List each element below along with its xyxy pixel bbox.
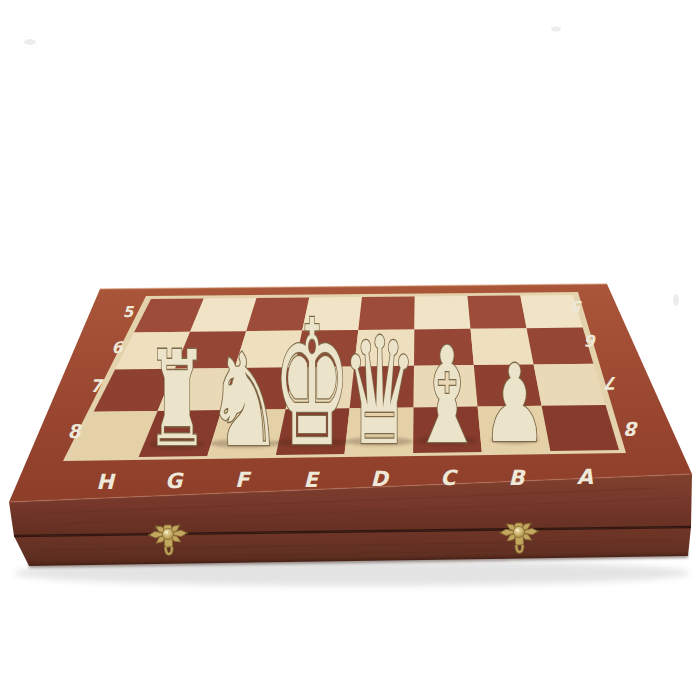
rank-label-left-5: 5: [123, 303, 135, 321]
piece-white-pawn-B8[interactable]: ♟: [482, 341, 547, 466]
chess-box-photo: H G F E D C B A 5 5 6 6 7 7 8 8 ♜ ♞ ♚ ♛ …: [0, 0, 700, 700]
board-scene: H G F E D C B A 5 5 6 6 7 7 8 8 ♜ ♞ ♚ ♛ …: [0, 0, 700, 700]
rank-label-left-6: 6: [111, 338, 124, 357]
piece-white-bishop-C8[interactable]: ♝: [410, 318, 484, 473]
piece-white-knight-F8[interactable]: ♞: [206, 326, 283, 475]
file-label-A: A: [577, 465, 594, 489]
piece-white-queen-D8[interactable]: ♛: [342, 305, 418, 477]
rank-label-right-6: 6: [585, 331, 598, 350]
piece-white-rook-G8[interactable]: ♜: [146, 322, 208, 476]
file-label-B: B: [508, 466, 526, 490]
rank-label-right-5: 5: [571, 297, 583, 315]
piece-white-king-E8[interactable]: ♚: [273, 282, 351, 484]
rank-label-left-7: 7: [90, 376, 104, 396]
rank-label-left-8: 8: [67, 420, 82, 442]
square-A8[interactable]: [542, 405, 619, 451]
rank-label-right-8: 8: [625, 418, 640, 440]
file-label-H: H: [96, 470, 116, 494]
background-smudges: [24, 27, 679, 307]
rank-label-right-7: 7: [604, 373, 618, 393]
